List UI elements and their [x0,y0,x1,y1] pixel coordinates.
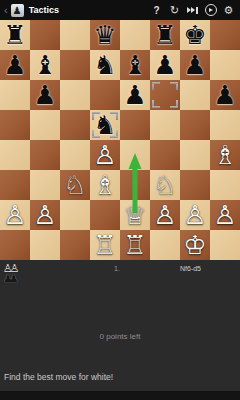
square-h7[interactable] [210,50,240,80]
square-b1[interactable] [30,230,60,260]
square-e1[interactable]: ♖ [120,230,150,260]
square-h4[interactable]: ♗ [210,140,240,170]
square-d6[interactable] [90,80,120,110]
captured-pieces-tray: ♙♙ ♟♟ [3,264,17,284]
white-pawn: ♙ [183,200,206,230]
square-g4[interactable] [180,140,210,170]
square-b2[interactable]: ♙ [30,200,60,230]
black-queen: ♛ [93,20,116,50]
square-a4[interactable] [0,140,30,170]
black-bishop: ♝ [123,50,146,80]
square-d8[interactable]: ♛ [90,20,120,50]
white-bishop: ♗ [93,170,116,200]
square-e7[interactable]: ♝ [120,50,150,80]
square-f4[interactable] [150,140,180,170]
last-move-text[interactable]: Nf6-d5 [180,265,201,272]
white-pawn: ♙ [153,200,176,230]
black-pawn: ♟ [153,50,176,80]
square-e2[interactable]: ♕ [120,200,150,230]
skip-triangle-2 [191,7,195,13]
square-g2[interactable]: ♙ [180,200,210,230]
square-f6[interactable] [150,80,180,110]
square-b5[interactable] [30,110,60,140]
square-c6[interactable] [60,80,90,110]
square-h5[interactable] [210,110,240,140]
black-pawn: ♟ [123,80,146,110]
back-chevron-icon[interactable]: ‹ [4,0,8,20]
black-rook: ♜ [153,20,176,50]
white-pawn: ♙ [93,140,116,170]
play-triangle [209,8,213,12]
white-queen: ♕ [123,200,146,230]
captured-black-pawns: ♟♟ [3,274,17,284]
square-a2[interactable]: ♙ [0,200,30,230]
square-c8[interactable] [60,20,90,50]
black-pawn: ♟ [213,80,236,110]
square-c1[interactable] [60,230,90,260]
square-g5[interactable] [180,110,210,140]
skip-bar [196,7,198,14]
task-prompt: Find the best move for white! [4,372,113,382]
square-b4[interactable] [30,140,60,170]
black-pawn: ♟ [33,80,56,110]
square-c4[interactable] [60,140,90,170]
square-h3[interactable] [210,170,240,200]
white-pawn: ♙ [213,200,236,230]
square-c3[interactable]: ♘ [60,170,90,200]
square-h6[interactable]: ♟ [210,80,240,110]
last-move-marker [150,80,180,110]
app-root: ‹ ♟ Tactics ? ↻ ⚙ ♜♛♜♚♟♝♞♝♟♟♟♟♟♞♙♗♘♗♘♙♙♕… [0,0,240,400]
points-left-label: 0 points left [0,332,240,341]
settings-gear-icon[interactable]: ⚙ [221,4,236,17]
black-king: ♚ [183,20,206,50]
square-e4[interactable] [120,140,150,170]
square-a8[interactable]: ♜ [0,20,30,50]
app-bar: ‹ ♟ Tactics ? ↻ ⚙ [0,0,240,20]
square-g7[interactable]: ♟ [180,50,210,80]
square-a1[interactable] [0,230,30,260]
square-f5[interactable] [150,110,180,140]
square-d5[interactable]: ♞ [90,110,120,140]
black-bishop: ♝ [33,50,56,80]
white-knight: ♘ [63,170,86,200]
square-h8[interactable] [210,20,240,50]
square-b3[interactable] [30,170,60,200]
square-b8[interactable] [30,20,60,50]
app-logo-icon: ♟ [11,4,24,17]
square-f1[interactable] [150,230,180,260]
skip-to-end-icon[interactable] [185,7,200,14]
square-e5[interactable] [120,110,150,140]
square-d4[interactable]: ♙ [90,140,120,170]
square-e8[interactable] [120,20,150,50]
move-number: 1. [114,265,120,272]
square-f2[interactable]: ♙ [150,200,180,230]
black-pawn: ♟ [3,50,26,80]
restart-icon[interactable]: ↻ [167,4,182,17]
white-king: ♔ [183,230,206,260]
page-title: Tactics [29,5,59,15]
square-d7[interactable]: ♞ [90,50,120,80]
black-pawn: ♟ [183,50,206,80]
white-bishop: ♗ [213,140,236,170]
square-a7[interactable]: ♟ [0,50,30,80]
square-b6[interactable]: ♟ [30,80,60,110]
white-pawn: ♙ [33,200,56,230]
square-d2[interactable] [90,200,120,230]
square-d1[interactable]: ♖ [90,230,120,260]
square-b7[interactable]: ♝ [30,50,60,80]
black-rook: ♜ [3,20,26,50]
square-c7[interactable] [60,50,90,80]
white-knight: ♘ [153,170,176,200]
square-f7[interactable]: ♟ [150,50,180,80]
square-h1[interactable] [210,230,240,260]
white-pawn: ♙ [3,200,26,230]
play-circle-outline [205,4,217,16]
black-knight: ♞ [93,50,116,80]
square-e6[interactable]: ♟ [120,80,150,110]
square-a6[interactable] [0,80,30,110]
square-g6[interactable] [180,80,210,110]
square-c2[interactable] [60,200,90,230]
square-a3[interactable] [0,170,30,200]
square-g8[interactable]: ♚ [180,20,210,50]
white-rook: ♖ [93,230,116,260]
play-circle-icon[interactable] [203,4,218,16]
square-a5[interactable] [0,110,30,140]
square-c5[interactable] [60,110,90,140]
chess-board: ♜♛♜♚♟♝♞♝♟♟♟♟♟♞♙♗♘♗♘♙♙♕♙♙♙♖♖♔ [0,20,240,260]
help-icon[interactable]: ? [149,5,164,16]
square-e3[interactable] [120,170,150,200]
bottom-strip [0,391,240,400]
square-f3[interactable]: ♘ [150,170,180,200]
white-rook: ♖ [123,230,146,260]
square-f8[interactable]: ♜ [150,20,180,50]
square-h2[interactable]: ♙ [210,200,240,230]
square-g1[interactable]: ♔ [180,230,210,260]
square-d3[interactable]: ♗ [90,170,120,200]
square-g3[interactable] [180,170,210,200]
black-knight: ♞ [93,110,116,140]
